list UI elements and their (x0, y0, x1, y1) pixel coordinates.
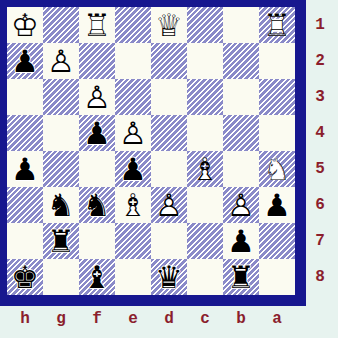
square-h4[interactable] (7, 115, 43, 151)
file-labels: hgfedcba (7, 304, 295, 334)
piece-glyph-outline: ♕ (151, 7, 187, 43)
square-c2[interactable] (187, 43, 223, 79)
square-h5[interactable]: ♟ (7, 151, 43, 187)
square-e2[interactable] (115, 43, 151, 79)
square-c7[interactable] (187, 223, 223, 259)
file-label-e: e (115, 304, 151, 334)
rank-label-7: 7 (306, 223, 334, 259)
square-g3[interactable] (43, 79, 79, 115)
square-a2[interactable] (259, 43, 295, 79)
square-b8[interactable]: ♜ (223, 259, 259, 295)
piece-white-pawn[interactable]: ♟♙ (151, 187, 187, 223)
square-f3[interactable]: ♟♙ (79, 79, 115, 115)
piece-black-rook[interactable]: ♜ (43, 223, 79, 259)
rank-label-8: 8 (306, 259, 334, 295)
square-h7[interactable] (7, 223, 43, 259)
piece-glyph-outline: ♔ (7, 7, 43, 43)
square-f4[interactable]: ♟ (79, 115, 115, 151)
file-label-c: c (187, 304, 223, 334)
piece-white-king[interactable]: ♚♔ (7, 7, 43, 43)
square-g8[interactable] (43, 259, 79, 295)
square-g6[interactable]: ♞ (43, 187, 79, 223)
piece-black-knight[interactable]: ♞ (79, 187, 115, 223)
piece-glyph-outline: ♙ (43, 43, 79, 79)
file-label-d: d (151, 304, 187, 334)
piece-white-pawn[interactable]: ♟♙ (79, 79, 115, 115)
square-h1[interactable]: ♚♔ (7, 7, 43, 43)
square-b7[interactable]: ♟ (223, 223, 259, 259)
square-f5[interactable] (79, 151, 115, 187)
piece-white-bishop[interactable]: ♝♗ (187, 151, 223, 187)
piece-white-pawn[interactable]: ♟♙ (115, 115, 151, 151)
square-b1[interactable] (223, 7, 259, 43)
piece-glyph-outline: ♖ (259, 7, 295, 43)
piece-glyph-outline: ♙ (79, 79, 115, 115)
chess-board: ♚♔♜♖♛♕♜♖♟♟♙♟♙♟♟♙♟♟♝♗♞♘♞♞♝♗♟♙♟♙♟♜♟♚♝♛♜ (7, 7, 295, 295)
square-b3[interactable] (223, 79, 259, 115)
square-h8[interactable]: ♚ (7, 259, 43, 295)
square-a7[interactable] (259, 223, 295, 259)
square-c3[interactable] (187, 79, 223, 115)
piece-glyph-outline: ♙ (151, 187, 187, 223)
square-e6[interactable]: ♝♗ (115, 187, 151, 223)
piece-glyph-outline: ♗ (187, 151, 223, 187)
piece-black-pawn[interactable]: ♟ (223, 223, 259, 259)
piece-white-pawn[interactable]: ♟♙ (223, 187, 259, 223)
square-c5[interactable]: ♝♗ (187, 151, 223, 187)
square-c4[interactable] (187, 115, 223, 151)
piece-black-pawn[interactable]: ♟ (79, 115, 115, 151)
square-h6[interactable] (7, 187, 43, 223)
square-g5[interactable] (43, 151, 79, 187)
square-d8[interactable]: ♛ (151, 259, 187, 295)
square-a6[interactable]: ♟ (259, 187, 295, 223)
rank-label-3: 3 (306, 79, 334, 115)
piece-black-rook[interactable]: ♜ (223, 259, 259, 295)
square-d6[interactable]: ♟♙ (151, 187, 187, 223)
square-a3[interactable] (259, 79, 295, 115)
piece-black-bishop[interactable]: ♝ (79, 259, 115, 295)
piece-black-king[interactable]: ♚ (7, 259, 43, 295)
square-e4[interactable]: ♟♙ (115, 115, 151, 151)
piece-black-pawn[interactable]: ♟ (7, 151, 43, 187)
piece-white-knight[interactable]: ♞♘ (259, 151, 295, 187)
piece-white-rook[interactable]: ♜♖ (259, 7, 295, 43)
square-g7[interactable]: ♜ (43, 223, 79, 259)
square-a1[interactable]: ♜♖ (259, 7, 295, 43)
square-g4[interactable] (43, 115, 79, 151)
square-c1[interactable] (187, 7, 223, 43)
rank-label-1: 1 (306, 7, 334, 43)
square-e7[interactable] (115, 223, 151, 259)
piece-black-pawn[interactable]: ♟ (7, 43, 43, 79)
square-h3[interactable] (7, 79, 43, 115)
square-a4[interactable] (259, 115, 295, 151)
square-b2[interactable] (223, 43, 259, 79)
piece-black-queen[interactable]: ♛ (151, 259, 187, 295)
square-e5[interactable]: ♟ (115, 151, 151, 187)
rank-label-6: 6 (306, 187, 334, 223)
square-b4[interactable] (223, 115, 259, 151)
piece-glyph-outline: ♗ (115, 187, 151, 223)
file-label-f: f (79, 304, 115, 334)
piece-white-queen[interactable]: ♛♕ (151, 7, 187, 43)
piece-white-bishop[interactable]: ♝♗ (115, 187, 151, 223)
square-a8[interactable] (259, 259, 295, 295)
square-f2[interactable] (79, 43, 115, 79)
piece-glyph-outline: ♙ (223, 187, 259, 223)
board-frame: ♚♔♜♖♛♕♜♖♟♟♙♟♙♟♟♙♟♟♝♗♞♘♞♞♝♗♟♙♟♙♟♜♟♚♝♛♜ (0, 0, 306, 306)
square-d3[interactable] (151, 79, 187, 115)
rank-label-4: 4 (306, 115, 334, 151)
square-g1[interactable] (43, 7, 79, 43)
piece-black-pawn[interactable]: ♟ (259, 187, 295, 223)
square-g2[interactable]: ♟♙ (43, 43, 79, 79)
piece-black-knight[interactable]: ♞ (43, 187, 79, 223)
square-a5[interactable]: ♞♘ (259, 151, 295, 187)
rank-label-2: 2 (306, 43, 334, 79)
square-b6[interactable]: ♟♙ (223, 187, 259, 223)
square-b5[interactable] (223, 151, 259, 187)
square-c8[interactable] (187, 259, 223, 295)
square-e1[interactable] (115, 7, 151, 43)
piece-glyph-outline: ♙ (115, 115, 151, 151)
file-label-a: a (259, 304, 295, 334)
square-c6[interactable] (187, 187, 223, 223)
piece-white-pawn[interactable]: ♟♙ (43, 43, 79, 79)
rank-labels: 12345678 (306, 7, 334, 295)
square-f6[interactable]: ♞ (79, 187, 115, 223)
piece-glyph-outline: ♖ (79, 7, 115, 43)
file-label-b: b (223, 304, 259, 334)
square-f7[interactable] (79, 223, 115, 259)
square-h2[interactable]: ♟ (7, 43, 43, 79)
file-label-g: g (43, 304, 79, 334)
square-d7[interactable] (151, 223, 187, 259)
file-label-h: h (7, 304, 43, 334)
piece-white-rook[interactable]: ♜♖ (79, 7, 115, 43)
square-d4[interactable] (151, 115, 187, 151)
piece-black-pawn[interactable]: ♟ (115, 151, 151, 187)
square-f1[interactable]: ♜♖ (79, 7, 115, 43)
square-d1[interactable]: ♛♕ (151, 7, 187, 43)
square-f8[interactable]: ♝ (79, 259, 115, 295)
square-d5[interactable] (151, 151, 187, 187)
square-e8[interactable] (115, 259, 151, 295)
rank-label-5: 5 (306, 151, 334, 187)
square-d2[interactable] (151, 43, 187, 79)
square-e3[interactable] (115, 79, 151, 115)
piece-glyph-outline: ♘ (259, 151, 295, 187)
